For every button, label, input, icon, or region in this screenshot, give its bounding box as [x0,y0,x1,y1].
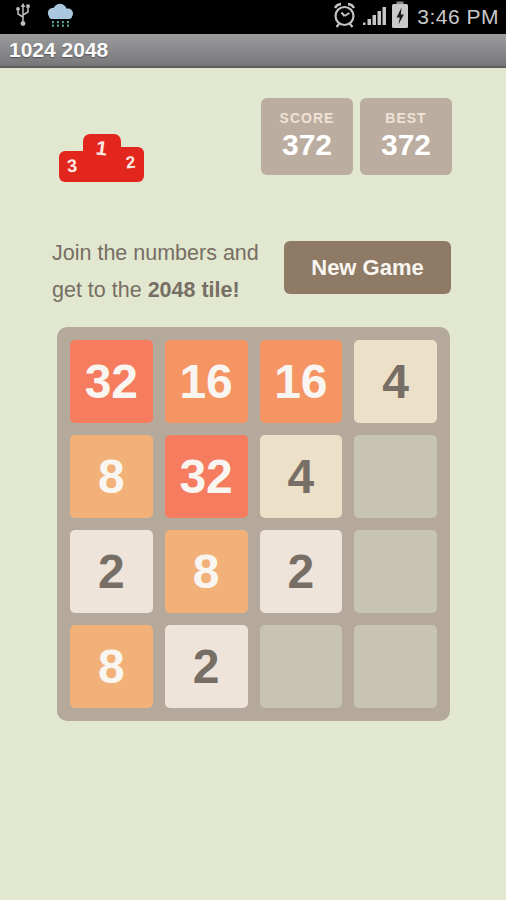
scoreboard: SCORE 372 BEST 372 [261,98,452,175]
score-box: SCORE 372 [261,98,353,175]
game-board[interactable]: 32 16 16 4 8 32 4 2 8 2 8 2 [57,327,450,721]
battery-charging-icon [391,1,409,33]
tile-r0c2: 16 [260,340,343,423]
empty-cell-r3c2 [260,625,343,708]
podium-second-place: 2 [118,147,144,182]
alarm-clock-icon [331,1,358,33]
app-title: 1024 2048 [0,38,108,62]
empty-cell-r2c3 [354,530,437,613]
intro-text: Join the numbers and get to the 2048 til… [52,235,259,309]
best-label: BEST [360,110,452,126]
usb-icon [15,2,31,32]
tile-r3c1: 2 [165,625,248,708]
intro-line2-goal: 2048 tile! [148,278,240,302]
new-game-button[interactable]: New Game [284,241,451,294]
app-screen: 3:46 PM 1024 2048 3 1 2 SCORE 372 BEST 3… [0,0,506,900]
rain-cloud-weather-icon [43,2,77,32]
podium-icon: 3 1 2 [59,134,144,182]
tile-r0c1: 16 [165,340,248,423]
podium-third-place: 3 [59,151,86,182]
clock-time: 3:46 PM [414,5,499,29]
podium-third-label: 3 [67,156,78,178]
title-bar: 1024 2048 [0,34,506,68]
signal-strength-icon [363,3,386,32]
best-value: 372 [360,128,452,162]
status-bar: 3:46 PM [0,0,506,34]
tile-r0c0: 32 [70,340,153,423]
status-bar-right: 3:46 PM [331,1,506,33]
tile-r1c1: 32 [165,435,248,518]
intro-line2: get to the 2048 tile! [52,272,259,309]
intro-line1: Join the numbers and [52,235,259,272]
empty-cell-r3c3 [354,625,437,708]
podium-first-place: 1 [83,134,121,182]
podium-first-label: 1 [95,136,109,160]
tile-r1c2: 4 [260,435,343,518]
podium-second-label: 2 [125,153,137,174]
tile-r2c1: 8 [165,530,248,613]
tile-r0c3: 4 [354,340,437,423]
score-value: 372 [261,128,353,162]
status-bar-left [0,2,77,32]
tile-r3c0: 8 [70,625,153,708]
empty-cell-r1c3 [354,435,437,518]
tile-r1c0: 8 [70,435,153,518]
best-box: BEST 372 [360,98,452,175]
intro-line2-prefix: get to the [52,278,148,302]
tile-r2c0: 2 [70,530,153,613]
score-label: SCORE [261,110,353,126]
tile-r2c2: 2 [260,530,343,613]
